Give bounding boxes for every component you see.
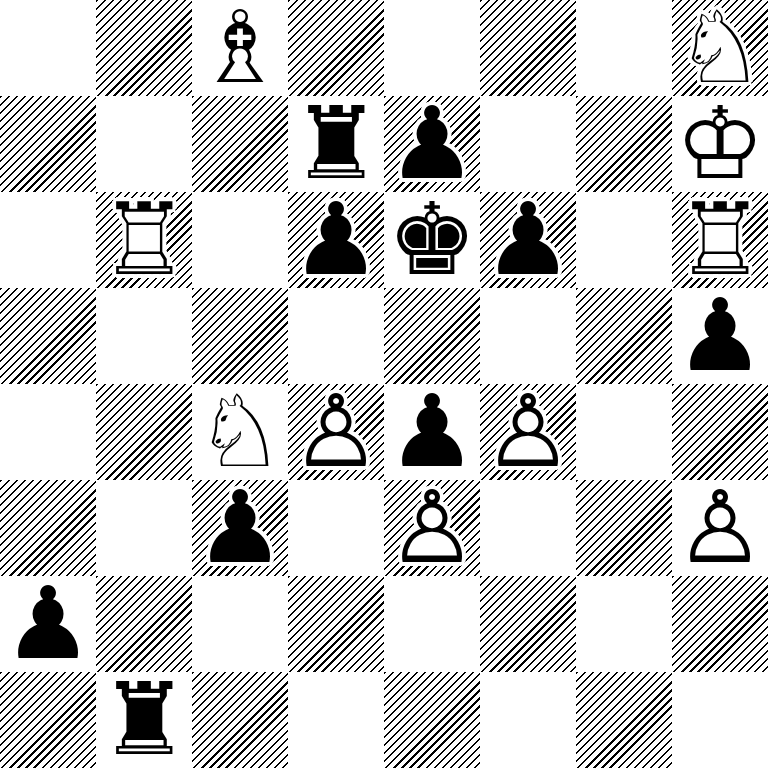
white-pawn[interactable]: ♟♙ [288,384,384,480]
square-h6[interactable]: ♜♖ [672,192,768,288]
white-pawn[interactable]: ♟♙ [672,480,768,576]
square-h7[interactable]: ♚♔ [672,96,768,192]
square-d3[interactable] [288,480,384,576]
square-c8[interactable]: ♝♗ [192,0,288,96]
white-rook-icon: ♖ [96,192,192,288]
square-f8[interactable] [480,0,576,96]
square-d4[interactable]: ♟♙ [288,384,384,480]
black-pawn-icon: ♟ [384,96,480,192]
square-a8[interactable] [0,0,96,96]
square-d7[interactable]: ♜♜ [288,96,384,192]
square-f7[interactable] [480,96,576,192]
square-f6[interactable]: ♟♟ [480,192,576,288]
square-b8[interactable] [96,0,192,96]
square-h1[interactable] [672,672,768,768]
square-a5[interactable] [0,288,96,384]
white-bishop[interactable]: ♝♗ [192,0,288,96]
square-a6[interactable] [0,192,96,288]
black-king[interactable]: ♚♚ [384,192,480,288]
black-pawn[interactable]: ♟♟ [288,192,384,288]
chess-board: ♝♗♞♘♜♜♟♟♚♔♜♖♟♟♚♚♟♟♜♖♟♟♞♘♟♙♟♟♟♙♟♟♟♙♟♙♟♟♜♜ [0,0,768,768]
black-king-icon: ♚ [384,192,480,288]
square-g7[interactable] [576,96,672,192]
white-knight-icon: ♘ [192,384,288,480]
square-f4[interactable]: ♟♙ [480,384,576,480]
white-rook[interactable]: ♜♖ [96,192,192,288]
white-rook-icon: ♖ [672,192,768,288]
black-pawn[interactable]: ♟♟ [480,192,576,288]
square-d1[interactable] [288,672,384,768]
square-b7[interactable] [96,96,192,192]
square-d2[interactable] [288,576,384,672]
square-e5[interactable] [384,288,480,384]
square-e3[interactable]: ♟♙ [384,480,480,576]
black-rook[interactable]: ♜♜ [288,96,384,192]
black-pawn-icon: ♟ [480,192,576,288]
square-h3[interactable]: ♟♙ [672,480,768,576]
white-pawn-icon: ♙ [480,384,576,480]
square-b5[interactable] [96,288,192,384]
black-pawn[interactable]: ♟♟ [384,96,480,192]
black-pawn-icon: ♟ [192,480,288,576]
square-b4[interactable] [96,384,192,480]
square-c7[interactable] [192,96,288,192]
white-pawn-icon: ♙ [384,480,480,576]
square-e7[interactable]: ♟♟ [384,96,480,192]
square-e2[interactable] [384,576,480,672]
black-pawn-icon: ♟ [672,288,768,384]
black-pawn[interactable]: ♟♟ [192,480,288,576]
square-d5[interactable] [288,288,384,384]
square-d6[interactable]: ♟♟ [288,192,384,288]
square-e6[interactable]: ♚♚ [384,192,480,288]
square-b2[interactable] [96,576,192,672]
square-f3[interactable] [480,480,576,576]
white-rook[interactable]: ♜♖ [672,192,768,288]
square-c6[interactable] [192,192,288,288]
square-a3[interactable] [0,480,96,576]
white-knight[interactable]: ♞♘ [672,0,768,96]
square-g3[interactable] [576,480,672,576]
square-f1[interactable] [480,672,576,768]
white-pawn-icon: ♙ [288,384,384,480]
square-h8[interactable]: ♞♘ [672,0,768,96]
square-a2[interactable]: ♟♟ [0,576,96,672]
square-g1[interactable] [576,672,672,768]
square-h2[interactable] [672,576,768,672]
square-b6[interactable]: ♜♖ [96,192,192,288]
white-knight-icon: ♘ [672,0,768,96]
white-knight[interactable]: ♞♘ [192,384,288,480]
square-c3[interactable]: ♟♟ [192,480,288,576]
black-pawn[interactable]: ♟♟ [672,288,768,384]
square-d8[interactable] [288,0,384,96]
square-c2[interactable] [192,576,288,672]
white-pawn-icon: ♙ [672,480,768,576]
square-b3[interactable] [96,480,192,576]
square-c1[interactable] [192,672,288,768]
square-g5[interactable] [576,288,672,384]
square-e8[interactable] [384,0,480,96]
square-e4[interactable]: ♟♟ [384,384,480,480]
white-pawn[interactable]: ♟♙ [480,384,576,480]
square-f5[interactable] [480,288,576,384]
square-c4[interactable]: ♞♘ [192,384,288,480]
white-king[interactable]: ♚♔ [672,96,768,192]
black-rook-icon: ♜ [288,96,384,192]
square-b1[interactable]: ♜♜ [96,672,192,768]
square-g8[interactable] [576,0,672,96]
square-c5[interactable] [192,288,288,384]
black-pawn-icon: ♟ [0,576,96,672]
square-a7[interactable] [0,96,96,192]
black-pawn-icon: ♟ [384,384,480,480]
square-g2[interactable] [576,576,672,672]
square-f2[interactable] [480,576,576,672]
white-bishop-icon: ♗ [192,0,288,96]
white-king-icon: ♔ [672,96,768,192]
black-rook-icon: ♜ [96,672,192,768]
square-h5[interactable]: ♟♟ [672,288,768,384]
black-rook[interactable]: ♜♜ [96,672,192,768]
square-a1[interactable] [0,672,96,768]
square-a4[interactable] [0,384,96,480]
black-pawn[interactable]: ♟♟ [0,576,96,672]
black-pawn[interactable]: ♟♟ [384,384,480,480]
square-g6[interactable] [576,192,672,288]
square-g4[interactable] [576,384,672,480]
square-h4[interactable] [672,384,768,480]
square-e1[interactable] [384,672,480,768]
black-pawn-icon: ♟ [288,192,384,288]
white-pawn[interactable]: ♟♙ [384,480,480,576]
